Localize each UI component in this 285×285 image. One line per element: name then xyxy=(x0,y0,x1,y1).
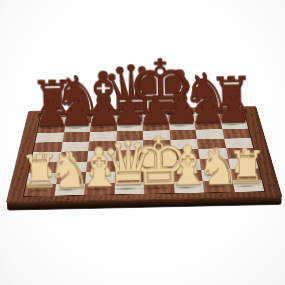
piece-white-pawn-f2: ♟ xyxy=(155,148,219,176)
scene: 11aa22bb33cc44dd55ee66ff77gg88hh ♜♞♝♛♚♝♞… xyxy=(0,0,285,285)
piece-black-rook-a8: ♜ xyxy=(24,78,81,120)
coordinate-rank-right-6: 6 xyxy=(252,132,260,135)
coordinate-file-top-b: b xyxy=(75,111,83,114)
chess-board: 11aa22bb33cc44dd55ee66ff77gg88hh ♜♞♝♛♚♝♞… xyxy=(5,106,282,203)
coordinate-rank-left-7: 7 xyxy=(27,127,35,130)
piece-white-pawn-a2: ♟ xyxy=(9,151,73,179)
coordinate-file-top-h: h xyxy=(226,108,234,111)
piece-white-king-e1: ♚ xyxy=(125,134,191,189)
coordinate-rank-right-8: 8 xyxy=(247,114,255,117)
coordinate-rank-right-5: 5 xyxy=(254,141,263,144)
piece-white-rook-h1: ♜ xyxy=(214,149,280,187)
coordinate-file-top-f: f xyxy=(176,109,184,112)
piece-white-pawn-d2: ♟ xyxy=(96,150,160,178)
piece-white-pawn-b2: ♟ xyxy=(38,151,102,179)
coordinate-file-top-g: g xyxy=(201,108,209,111)
coordinate-file-top-d: d xyxy=(126,110,133,113)
coordinate-rank-right-7: 7 xyxy=(250,123,258,126)
coordinate-file-top-a: a xyxy=(50,111,58,114)
piece-white-rook-a1: ♜ xyxy=(6,154,72,192)
piece-white-bishop-f1: ♝ xyxy=(155,144,221,189)
piece-white-pawn-h2: ♟ xyxy=(213,147,277,175)
piece-black-rook-h8: ♜ xyxy=(203,75,260,117)
piece-white-bishop-c1: ♝ xyxy=(65,145,131,190)
coordinate-file-top-c: c xyxy=(100,110,107,113)
piece-white-pawn-g2: ♟ xyxy=(184,148,248,176)
piece-white-pawn-c2: ♟ xyxy=(67,150,131,178)
piece-white-queen-d1: ♛ xyxy=(95,140,161,190)
coordinate-rank-left-5: 5 xyxy=(22,146,31,149)
coordinate-rank-left-6: 6 xyxy=(24,136,32,139)
photo-background: 11aa22bb33cc44dd55ee66ff77gg88hh ♜♞♝♛♚♝♞… xyxy=(0,0,285,285)
coordinate-file-top-e: e xyxy=(151,109,158,112)
piece-white-pawn-e2: ♟ xyxy=(125,149,189,177)
